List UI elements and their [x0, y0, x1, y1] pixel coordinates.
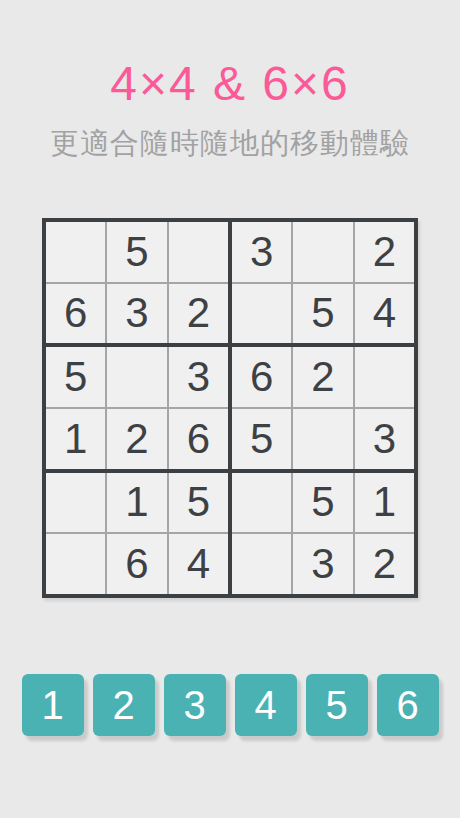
numpad-button-4[interactable]: 4: [235, 674, 297, 736]
cell-r3c5[interactable]: 2: [293, 347, 352, 407]
cell-r4c5[interactable]: [293, 409, 352, 469]
cell-r1c1[interactable]: [46, 222, 105, 282]
cell-r6c5[interactable]: 3: [293, 534, 352, 594]
box-r3c1: 1 5 6 4: [46, 473, 228, 594]
cell-r6c6[interactable]: 2: [355, 534, 414, 594]
cell-r1c5[interactable]: [293, 222, 352, 282]
box-r3c2: 5 1 3 2: [232, 473, 414, 594]
cell-r2c2[interactable]: 3: [107, 284, 166, 344]
cell-r4c1[interactable]: 1: [46, 409, 105, 469]
app-screen: 4×4 & 6×6 更適合隨時隨地的移動體驗 5 6 3 2 3 2 5 4 5…: [0, 0, 460, 818]
cell-r1c2[interactable]: 5: [107, 222, 166, 282]
numpad-button-6[interactable]: 6: [377, 674, 439, 736]
cell-r5c3[interactable]: 5: [169, 473, 228, 533]
page-subtitle: 更適合隨時隨地的移動體驗: [0, 124, 460, 164]
cell-r5c2[interactable]: 1: [107, 473, 166, 533]
box-r1c1: 5 6 3 2: [46, 222, 228, 343]
cell-r4c4[interactable]: 5: [232, 409, 291, 469]
cell-r2c4[interactable]: [232, 284, 291, 344]
cell-r1c4[interactable]: 3: [232, 222, 291, 282]
cell-r3c6[interactable]: [355, 347, 414, 407]
cell-r4c3[interactable]: 6: [169, 409, 228, 469]
cell-r5c4[interactable]: [232, 473, 291, 533]
cell-r5c1[interactable]: [46, 473, 105, 533]
cell-r2c6[interactable]: 4: [355, 284, 414, 344]
cell-r5c6[interactable]: 1: [355, 473, 414, 533]
numpad-button-5[interactable]: 5: [306, 674, 368, 736]
cell-r6c1[interactable]: [46, 534, 105, 594]
cell-r3c4[interactable]: 6: [232, 347, 291, 407]
numpad-button-1[interactable]: 1: [22, 674, 84, 736]
cell-r4c6[interactable]: 3: [355, 409, 414, 469]
cell-r2c3[interactable]: 2: [169, 284, 228, 344]
cell-r2c5[interactable]: 5: [293, 284, 352, 344]
cell-r3c1[interactable]: 5: [46, 347, 105, 407]
cell-r1c6[interactable]: 2: [355, 222, 414, 282]
box-r1c2: 3 2 5 4: [232, 222, 414, 343]
page-title: 4×4 & 6×6: [0, 56, 460, 111]
cell-r4c2[interactable]: 2: [107, 409, 166, 469]
cell-r5c5[interactable]: 5: [293, 473, 352, 533]
cell-r2c1[interactable]: 6: [46, 284, 105, 344]
numpad-button-2[interactable]: 2: [93, 674, 155, 736]
box-r2c1: 5 3 1 2 6: [46, 347, 228, 468]
sudoku-board: 5 6 3 2 3 2 5 4 5 3 1 2 6 6 2 5: [42, 218, 418, 598]
box-r2c2: 6 2 5 3: [232, 347, 414, 468]
cell-r1c3[interactable]: [169, 222, 228, 282]
cell-r6c3[interactable]: 4: [169, 534, 228, 594]
cell-r3c2[interactable]: [107, 347, 166, 407]
cell-r3c3[interactable]: 3: [169, 347, 228, 407]
numpad-button-3[interactable]: 3: [164, 674, 226, 736]
number-pad: 1 2 3 4 5 6: [0, 674, 460, 736]
cell-r6c2[interactable]: 6: [107, 534, 166, 594]
cell-r6c4[interactable]: [232, 534, 291, 594]
